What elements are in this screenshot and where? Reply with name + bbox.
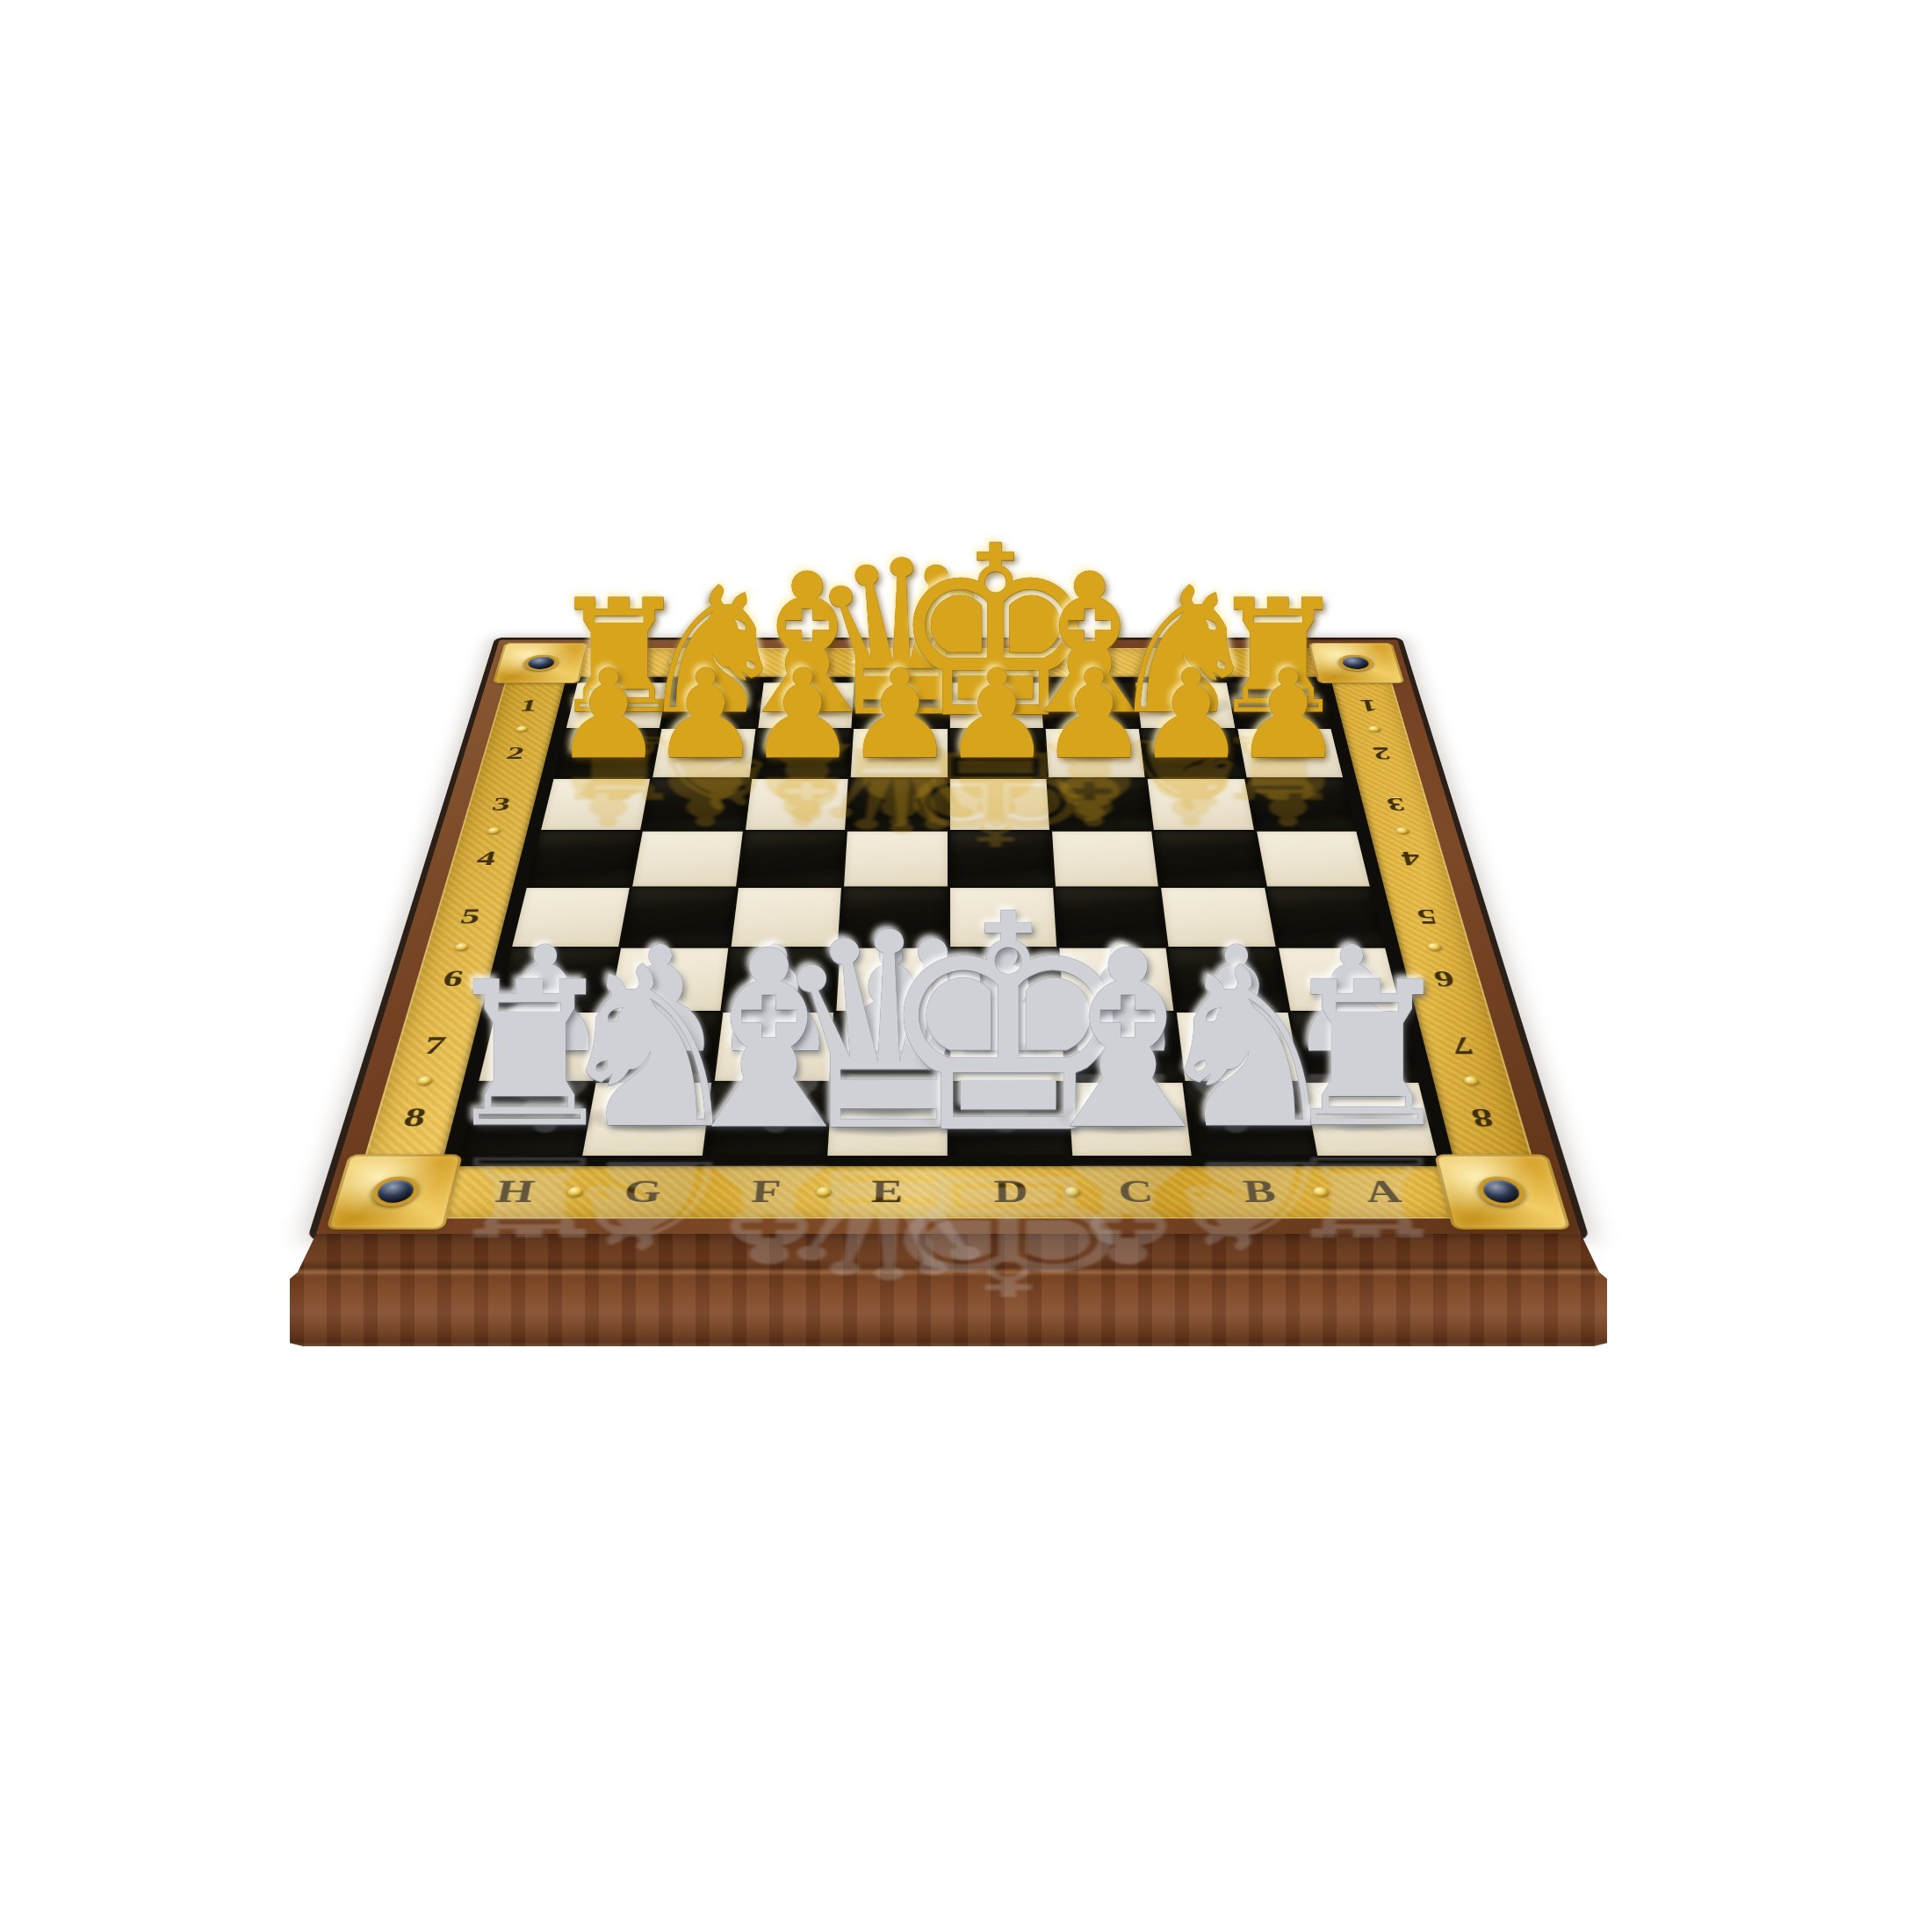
rank-label-7: 7 xyxy=(422,1034,449,1058)
file-label-H: H xyxy=(614,654,645,671)
corner-plate-bottom-left xyxy=(326,1154,463,1229)
rank-label-3: 3 xyxy=(1384,795,1407,813)
rank-label-3: 3 xyxy=(490,795,513,813)
square-c5[interactable] xyxy=(1056,888,1166,947)
square-h7[interactable] xyxy=(479,1013,606,1080)
corner-plate-bottom-right xyxy=(1434,1154,1571,1229)
square-b8[interactable] xyxy=(1186,1083,1314,1156)
rank-label-1: 1 xyxy=(518,697,539,713)
square-h3[interactable] xyxy=(541,779,650,830)
corner-jewel-icon xyxy=(523,655,560,671)
square-e7[interactable] xyxy=(833,1013,948,1080)
file-label-B: B xyxy=(1164,654,1191,671)
rank-label-6: 6 xyxy=(1431,968,1456,991)
square-b4[interactable] xyxy=(1154,832,1264,886)
square-a4[interactable] xyxy=(1257,832,1370,886)
file-label-A: A xyxy=(1254,654,1283,671)
square-b2[interactable] xyxy=(1142,729,1244,777)
square-g1[interactable] xyxy=(662,682,761,728)
square-a3[interactable] xyxy=(1247,779,1356,830)
square-c1[interactable] xyxy=(1042,682,1139,728)
square-h6[interactable] xyxy=(496,948,618,1011)
file-label-G: G xyxy=(622,1177,664,1207)
square-g4[interactable] xyxy=(633,832,743,886)
file-labels-far: HGFEDCBA xyxy=(579,648,1317,676)
square-g7[interactable] xyxy=(596,1013,719,1080)
rank-label-1: 1 xyxy=(1358,697,1379,713)
square-e3[interactable] xyxy=(847,779,947,830)
square-c3[interactable] xyxy=(1049,779,1151,830)
gold-stud-icon xyxy=(1034,660,1045,665)
square-d2[interactable] xyxy=(949,729,1046,777)
square-c8[interactable] xyxy=(1068,1083,1192,1156)
file-label-G: G xyxy=(709,654,739,671)
square-f1[interactable] xyxy=(758,682,854,728)
wood-base-front xyxy=(290,1234,1607,1346)
square-d8[interactable] xyxy=(950,1083,1070,1156)
square-b6[interactable] xyxy=(1169,948,1287,1011)
square-c2[interactable] xyxy=(1046,729,1145,777)
square-a1[interactable] xyxy=(1229,682,1330,728)
corner-plate-top-right xyxy=(1308,643,1404,683)
square-e4[interactable] xyxy=(844,832,947,886)
square-h8[interactable] xyxy=(460,1083,593,1156)
square-d7[interactable] xyxy=(950,1013,1065,1080)
rank-label-8: 8 xyxy=(1468,1105,1496,1131)
rank-label-5: 5 xyxy=(458,906,483,927)
square-f3[interactable] xyxy=(746,779,848,830)
file-label-A: A xyxy=(1363,1177,1404,1207)
file-label-H: H xyxy=(494,1177,537,1207)
file-label-C: C xyxy=(1073,654,1100,671)
file-label-E: E xyxy=(871,1177,904,1207)
square-a6[interactable] xyxy=(1279,948,1401,1011)
square-b3[interactable] xyxy=(1148,779,1254,830)
square-a5[interactable] xyxy=(1267,888,1385,947)
square-a8[interactable] xyxy=(1303,1083,1436,1156)
gold-stud-icon xyxy=(1216,660,1229,665)
rank-label-2: 2 xyxy=(505,745,527,762)
square-f6[interactable] xyxy=(723,948,837,1011)
file-label-B: B xyxy=(1241,1177,1278,1207)
square-e6[interactable] xyxy=(836,948,947,1011)
square-f4[interactable] xyxy=(739,832,845,886)
square-a2[interactable] xyxy=(1237,729,1343,777)
file-label-F: F xyxy=(803,654,825,671)
square-c4[interactable] xyxy=(1052,832,1158,886)
square-d4[interactable] xyxy=(949,832,1052,886)
square-e1[interactable] xyxy=(854,682,947,728)
square-a7[interactable] xyxy=(1290,1013,1417,1080)
rank-label-4: 4 xyxy=(1399,848,1423,868)
rank-label-7: 7 xyxy=(1449,1034,1476,1058)
file-label-D: D xyxy=(993,1177,1028,1207)
square-g5[interactable] xyxy=(622,888,736,947)
rank-label-2: 2 xyxy=(1371,745,1393,762)
file-label-F: F xyxy=(750,1177,782,1207)
square-d1[interactable] xyxy=(949,682,1042,728)
square-h2[interactable] xyxy=(554,729,660,777)
square-f8[interactable] xyxy=(705,1083,829,1156)
rank-label-4: 4 xyxy=(474,848,498,868)
rank-label-6: 6 xyxy=(440,968,465,991)
square-g2[interactable] xyxy=(653,729,756,777)
file-label-C: C xyxy=(1117,1177,1154,1207)
file-label-D: D xyxy=(982,654,1007,671)
corner-jewel-icon xyxy=(1337,655,1374,671)
square-b5[interactable] xyxy=(1161,888,1275,947)
square-f5[interactable] xyxy=(731,888,841,947)
square-e2[interactable] xyxy=(851,729,948,777)
checkerboard xyxy=(460,682,1436,1155)
file-label-E: E xyxy=(891,654,915,671)
square-b1[interactable] xyxy=(1135,682,1235,728)
corner-jewel-icon xyxy=(1474,1177,1528,1207)
square-c7[interactable] xyxy=(1063,1013,1183,1080)
corner-plate-top-left xyxy=(493,643,589,683)
rank-label-8: 8 xyxy=(400,1105,429,1131)
square-h4[interactable] xyxy=(527,832,640,886)
square-b7[interactable] xyxy=(1177,1013,1300,1080)
chess-board: HGFEDCBA HGFEDCBA 12345678 12345678 xyxy=(316,640,1582,1236)
square-f2[interactable] xyxy=(752,729,851,777)
square-g6[interactable] xyxy=(609,948,728,1011)
file-labels-near: HGFEDCBA xyxy=(445,1166,1453,1219)
square-h5[interactable] xyxy=(512,888,630,947)
square-d6[interactable] xyxy=(950,948,1061,1011)
square-c6[interactable] xyxy=(1059,948,1173,1011)
square-g3[interactable] xyxy=(643,779,749,830)
square-h1[interactable] xyxy=(566,682,668,728)
corner-jewel-icon xyxy=(369,1177,422,1207)
square-f7[interactable] xyxy=(715,1013,834,1080)
square-e5[interactable] xyxy=(840,888,948,947)
rank-label-5: 5 xyxy=(1414,906,1438,927)
square-d5[interactable] xyxy=(950,888,1057,947)
gold-stud-icon xyxy=(1064,1187,1080,1197)
square-g8[interactable] xyxy=(583,1083,711,1156)
square-e8[interactable] xyxy=(827,1083,947,1156)
scene: HGFEDCBA HGFEDCBA 12345678 12345678 ♜♜♞♞… xyxy=(0,0,1932,1932)
square-d3[interactable] xyxy=(949,779,1049,830)
